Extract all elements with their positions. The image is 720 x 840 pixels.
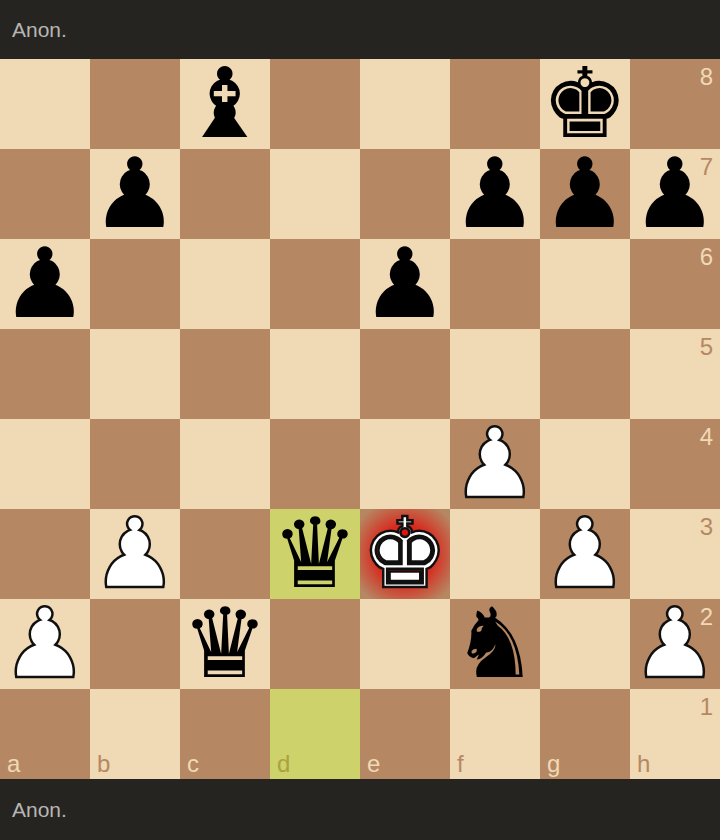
square-d1[interactable]: d xyxy=(270,689,360,779)
square-c2[interactable]: ♛ xyxy=(180,599,270,689)
square-d4[interactable] xyxy=(270,419,360,509)
piece-black-pawn[interactable]: ♟ xyxy=(452,149,539,239)
square-f7[interactable]: ♟ xyxy=(450,149,540,239)
coord-rank-8: 8 xyxy=(700,65,713,89)
square-c4[interactable] xyxy=(180,419,270,509)
square-c5[interactable] xyxy=(180,329,270,419)
square-b8[interactable] xyxy=(90,59,180,149)
square-a3[interactable] xyxy=(0,509,90,599)
square-e3[interactable]: ♚ xyxy=(360,509,450,599)
square-a2[interactable]: ♟ xyxy=(0,599,90,689)
coord-rank-4: 4 xyxy=(700,425,713,449)
piece-black-pawn[interactable]: ♟ xyxy=(362,239,449,329)
square-f4[interactable]: ♟ xyxy=(450,419,540,509)
square-h8[interactable]: 8 xyxy=(630,59,720,149)
square-d6[interactable] xyxy=(270,239,360,329)
square-a6[interactable]: ♟ xyxy=(0,239,90,329)
square-e7[interactable] xyxy=(360,149,450,239)
square-a5[interactable] xyxy=(0,329,90,419)
square-b4[interactable] xyxy=(90,419,180,509)
square-a7[interactable] xyxy=(0,149,90,239)
player-name-bottom: Anon. xyxy=(12,798,67,822)
piece-black-queen[interactable]: ♛ xyxy=(182,599,269,689)
square-h2[interactable]: ♟2 xyxy=(630,599,720,689)
square-h3[interactable]: 3 xyxy=(630,509,720,599)
square-a4[interactable] xyxy=(0,419,90,509)
square-f8[interactable] xyxy=(450,59,540,149)
square-g8[interactable]: ♚ xyxy=(540,59,630,149)
piece-white-pawn[interactable]: ♟ xyxy=(92,509,179,599)
square-b6[interactable] xyxy=(90,239,180,329)
square-f3[interactable] xyxy=(450,509,540,599)
square-d3[interactable]: ♛ xyxy=(270,509,360,599)
piece-black-king[interactable]: ♚ xyxy=(542,59,629,149)
square-c6[interactable] xyxy=(180,239,270,329)
square-h4[interactable]: 4 xyxy=(630,419,720,509)
square-b5[interactable] xyxy=(90,329,180,419)
square-f6[interactable] xyxy=(450,239,540,329)
square-f5[interactable] xyxy=(450,329,540,419)
square-a1[interactable]: a xyxy=(0,689,90,779)
player-bar-bottom: Anon. xyxy=(0,779,720,840)
square-e8[interactable] xyxy=(360,59,450,149)
piece-black-pawn[interactable]: ♟ xyxy=(2,239,89,329)
piece-black-pawn[interactable]: ♟ xyxy=(542,149,629,239)
square-f2[interactable]: ♞ xyxy=(450,599,540,689)
square-g7[interactable]: ♟ xyxy=(540,149,630,239)
square-e1[interactable]: e xyxy=(360,689,450,779)
square-h5[interactable]: 5 xyxy=(630,329,720,419)
coord-file-c: c xyxy=(187,752,199,776)
piece-black-pawn[interactable]: ♟ xyxy=(632,149,719,239)
piece-white-pawn[interactable]: ♟ xyxy=(2,599,89,689)
square-b7[interactable]: ♟ xyxy=(90,149,180,239)
square-f1[interactable]: f xyxy=(450,689,540,779)
square-d8[interactable] xyxy=(270,59,360,149)
square-d7[interactable] xyxy=(270,149,360,239)
square-c1[interactable]: c xyxy=(180,689,270,779)
square-g6[interactable] xyxy=(540,239,630,329)
square-g1[interactable]: g xyxy=(540,689,630,779)
square-b2[interactable] xyxy=(90,599,180,689)
square-d5[interactable] xyxy=(270,329,360,419)
coord-file-h: h xyxy=(637,752,650,776)
coord-rank-3: 3 xyxy=(700,515,713,539)
piece-black-queen[interactable]: ♛ xyxy=(272,509,359,599)
square-h7[interactable]: ♟7 xyxy=(630,149,720,239)
square-e6[interactable]: ♟ xyxy=(360,239,450,329)
square-h6[interactable]: 6 xyxy=(630,239,720,329)
piece-white-king[interactable]: ♚ xyxy=(362,509,449,599)
piece-white-pawn[interactable]: ♟ xyxy=(452,419,539,509)
square-c7[interactable] xyxy=(180,149,270,239)
square-b3[interactable]: ♟ xyxy=(90,509,180,599)
square-e4[interactable] xyxy=(360,419,450,509)
coord-file-g: g xyxy=(547,752,560,776)
square-g2[interactable] xyxy=(540,599,630,689)
square-g3[interactable]: ♟ xyxy=(540,509,630,599)
square-c8[interactable]: ♝ xyxy=(180,59,270,149)
coord-file-d: d xyxy=(277,752,290,776)
square-c3[interactable] xyxy=(180,509,270,599)
coord-file-e: e xyxy=(367,752,380,776)
piece-black-pawn[interactable]: ♟ xyxy=(92,149,179,239)
player-name-top: Anon. xyxy=(12,18,67,42)
square-h1[interactable]: h1 xyxy=(630,689,720,779)
coord-rank-5: 5 xyxy=(700,335,713,359)
square-g4[interactable] xyxy=(540,419,630,509)
square-a8[interactable] xyxy=(0,59,90,149)
piece-white-pawn[interactable]: ♟ xyxy=(542,509,629,599)
piece-black-bishop[interactable]: ♝ xyxy=(182,59,269,149)
coord-file-b: b xyxy=(97,752,110,776)
square-g5[interactable] xyxy=(540,329,630,419)
coord-file-f: f xyxy=(457,752,464,776)
square-e2[interactable] xyxy=(360,599,450,689)
square-e5[interactable] xyxy=(360,329,450,419)
chess-board: ♝♚8♟♟♟♟7♟♟65♟4♟♛♚♟3♟♛♞♟2abcdefgh1 xyxy=(0,59,720,779)
piece-white-pawn[interactable]: ♟ xyxy=(632,599,719,689)
piece-black-knight[interactable]: ♞ xyxy=(452,599,539,689)
square-d2[interactable] xyxy=(270,599,360,689)
square-b1[interactable]: b xyxy=(90,689,180,779)
coord-file-a: a xyxy=(7,752,20,776)
